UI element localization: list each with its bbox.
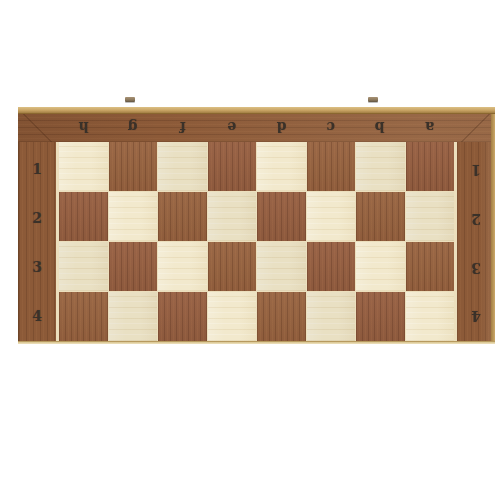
square-a3[interactable] xyxy=(406,242,455,291)
square-e1[interactable] xyxy=(208,142,257,191)
rank-label-left-1: 1 xyxy=(18,145,56,194)
square-h4[interactable] xyxy=(59,292,108,341)
square-f1[interactable] xyxy=(158,142,207,191)
file-label-c: c xyxy=(306,113,355,142)
file-labels-top: hgfedcba xyxy=(59,113,454,142)
rank-label-right-2: 2 xyxy=(457,194,495,243)
chess-board: hgfedcba 1234 1234 xyxy=(18,101,495,347)
square-d3[interactable] xyxy=(257,242,306,291)
square-c2[interactable] xyxy=(307,192,356,241)
square-f3[interactable] xyxy=(158,242,207,291)
square-h1[interactable] xyxy=(59,142,108,191)
square-d2[interactable] xyxy=(257,192,306,241)
square-g4[interactable] xyxy=(109,292,158,341)
square-c4[interactable] xyxy=(307,292,356,341)
rank-label-left-4: 4 xyxy=(18,291,56,340)
square-e4[interactable] xyxy=(208,292,257,341)
rank-labels-left: 1234 xyxy=(18,145,56,340)
square-c1[interactable] xyxy=(307,142,356,191)
square-e2[interactable] xyxy=(208,192,257,241)
square-e3[interactable] xyxy=(208,242,257,291)
hinge-icon xyxy=(125,97,135,102)
square-a1[interactable] xyxy=(406,142,455,191)
square-g2[interactable] xyxy=(109,192,158,241)
square-b2[interactable] xyxy=(356,192,405,241)
square-a4[interactable] xyxy=(406,292,455,341)
square-a2[interactable] xyxy=(406,192,455,241)
file-label-a: a xyxy=(405,113,454,142)
square-g1[interactable] xyxy=(109,142,158,191)
square-g3[interactable] xyxy=(109,242,158,291)
rank-label-left-3: 3 xyxy=(18,243,56,292)
file-label-h: h xyxy=(59,113,108,142)
square-b1[interactable] xyxy=(356,142,405,191)
square-f4[interactable] xyxy=(158,292,207,341)
file-label-e: e xyxy=(207,113,256,142)
hinge-icon xyxy=(368,97,378,102)
square-b3[interactable] xyxy=(356,242,405,291)
board-fold-side-edge xyxy=(18,107,495,114)
rank-label-right-4: 4 xyxy=(457,291,495,340)
file-label-f: f xyxy=(158,113,207,142)
file-label-b: b xyxy=(355,113,404,142)
rank-label-left-2: 2 xyxy=(18,194,56,243)
square-d4[interactable] xyxy=(257,292,306,341)
square-b4[interactable] xyxy=(356,292,405,341)
square-h2[interactable] xyxy=(59,192,108,241)
product-photo-scene: hgfedcba 1234 1234 xyxy=(0,0,500,500)
fold-cut-edge xyxy=(18,341,495,344)
square-h3[interactable] xyxy=(59,242,108,291)
square-f2[interactable] xyxy=(158,192,207,241)
rank-label-right-1: 1 xyxy=(457,145,495,194)
rank-labels-right: 1234 xyxy=(457,145,495,340)
file-label-g: g xyxy=(108,113,157,142)
square-d1[interactable] xyxy=(257,142,306,191)
rank-label-right-3: 3 xyxy=(457,243,495,292)
board-squares xyxy=(56,139,457,341)
square-c3[interactable] xyxy=(307,242,356,291)
file-label-d: d xyxy=(257,113,306,142)
